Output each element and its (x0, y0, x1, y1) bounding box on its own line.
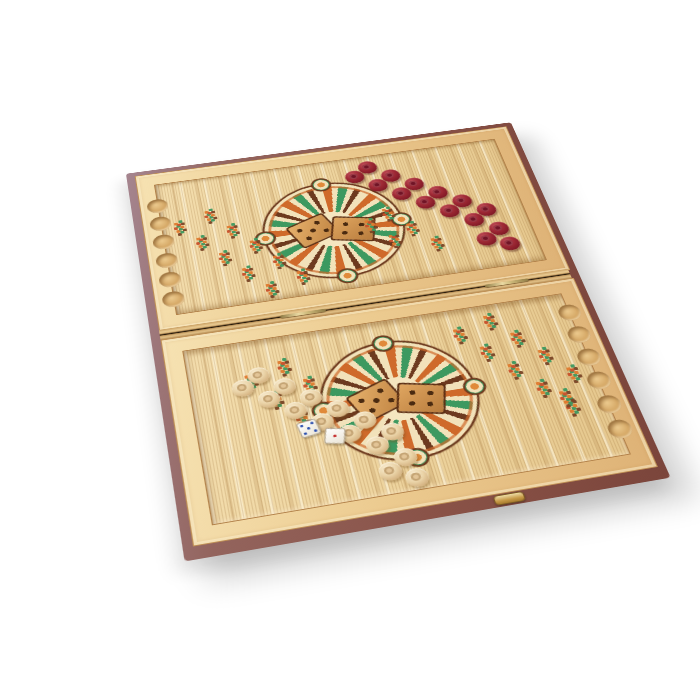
point-ornament (568, 401, 573, 405)
medallion-lobe-icon (309, 177, 333, 193)
die-pip (314, 429, 318, 432)
backgammon-box (135, 127, 655, 545)
point-ornament (281, 362, 286, 366)
point-ornament (300, 272, 305, 275)
die-pip (300, 424, 304, 427)
point-ornament (511, 365, 516, 369)
medallion-lobe-icon (460, 376, 488, 396)
checker-natural[interactable] (403, 467, 431, 489)
checker-cup (565, 325, 593, 344)
point-ornament (409, 224, 414, 227)
checker-cup (605, 418, 635, 440)
point-ornament (245, 269, 249, 272)
point-ornament (541, 351, 546, 355)
checker-cup (155, 252, 179, 269)
point-ornament (456, 330, 461, 333)
painted-die-icon (331, 216, 376, 241)
scene (0, 0, 700, 700)
point-ornament (486, 317, 491, 320)
die-pip (303, 432, 307, 435)
die-pip (307, 427, 311, 430)
point-ornament (253, 241, 257, 244)
checker-cup (158, 271, 182, 289)
die-pip (333, 435, 336, 438)
checker-burgundy[interactable] (498, 235, 523, 251)
checker-cup (584, 370, 613, 390)
painted-die-icon (396, 383, 445, 414)
point-ornament (483, 347, 488, 351)
checker-cup (161, 290, 185, 308)
point-ornament (392, 236, 397, 239)
point-ornament (306, 380, 311, 384)
checker-cup (149, 216, 172, 232)
point-ornament (385, 210, 389, 213)
point-ornament (367, 221, 371, 224)
point-ornament (539, 383, 544, 387)
point-ornament (222, 253, 226, 256)
checker-cup (556, 303, 584, 322)
medallion-lobe-icon (370, 334, 397, 353)
medallion-lobe-icon (335, 267, 360, 285)
point-ornament (570, 368, 575, 372)
medallion-lobe-icon (254, 230, 278, 247)
checker-cup (575, 347, 604, 367)
die[interactable] (324, 428, 346, 444)
point-ornament (513, 333, 518, 336)
point-ornament (434, 239, 439, 242)
die-pip (310, 421, 314, 424)
checker-cup (146, 198, 169, 214)
point-ornament (207, 212, 211, 215)
point-ornament (562, 392, 567, 396)
point-ornament (269, 285, 274, 288)
point-ornament (177, 223, 181, 226)
point-ornament (230, 226, 234, 229)
checker-cup (594, 394, 624, 415)
point-ornament (276, 256, 280, 259)
checker-cup (152, 234, 175, 251)
point-ornament (199, 238, 203, 241)
